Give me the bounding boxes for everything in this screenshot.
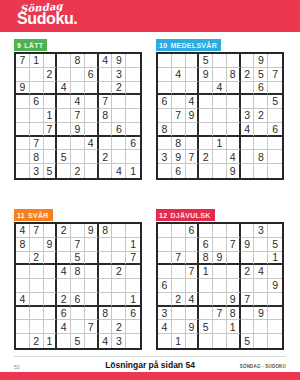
cell-r9c5 [213, 334, 227, 348]
cell-r6c5: 9 [71, 123, 85, 137]
cell-r8c9 [126, 320, 140, 334]
cell-r8c1: 3 [158, 150, 172, 164]
cell-r2c1 [158, 68, 172, 82]
sudoku-grid-12: 636795789171246924973789495115 [156, 222, 284, 350]
cell-r3c1 [158, 252, 172, 266]
cell-r2c2 [30, 238, 44, 252]
cell-r9c9 [126, 334, 140, 348]
cell-r9c2: 6 [172, 164, 186, 178]
cell-r5c6 [85, 279, 99, 293]
cell-r7c3 [44, 307, 58, 321]
difficulty-badge-12: 12 DJÄVULSK [156, 209, 215, 221]
cell-r7c7 [241, 137, 255, 151]
puzzle-number: 10 [159, 42, 167, 49]
cell-r2c1 [158, 238, 172, 252]
cell-r4c9 [268, 265, 282, 279]
cell-r1c4 [199, 224, 213, 238]
cell-r2c8 [254, 238, 268, 252]
cell-r2c6 [85, 238, 99, 252]
cell-r1c5: 8 [71, 54, 85, 68]
cell-r8c2: 8 [30, 150, 44, 164]
cell-r6c3 [186, 123, 200, 137]
cell-r9c7: 5 [241, 334, 255, 348]
cell-r6c8 [254, 293, 268, 307]
cell-r5c4 [199, 109, 213, 123]
cell-r1c9 [126, 224, 140, 238]
cell-r3c5: 4 [213, 82, 227, 96]
cell-r4c1 [158, 265, 172, 279]
cell-r2c3 [186, 68, 200, 82]
cell-r1c5 [213, 54, 227, 68]
masthead: Söndag Sudoku. [0, 0, 300, 32]
cell-r9c8: 4 [112, 164, 126, 178]
cell-r4c4 [199, 95, 213, 109]
cell-r8c6: 4 [227, 150, 241, 164]
cell-r3c6 [85, 252, 99, 266]
cell-r7c3 [186, 137, 200, 151]
cell-r9c1 [16, 334, 30, 348]
cell-r1c6 [227, 54, 241, 68]
cell-r9c3 [186, 334, 200, 348]
cell-r3c7 [241, 252, 255, 266]
cell-r2c3 [186, 238, 200, 252]
cell-r2c7 [99, 238, 113, 252]
cell-r8c8: 2 [112, 320, 126, 334]
cell-r7c7: 8 [99, 307, 113, 321]
cell-r2c8: 3 [112, 68, 126, 82]
cell-r1c5 [213, 224, 227, 238]
cell-r6c6 [85, 293, 99, 307]
cell-r7c9: 6 [126, 307, 140, 321]
cell-r8c7 [99, 320, 113, 334]
puzzle-number: 9 [17, 42, 21, 49]
cell-r1c3: 6 [186, 224, 200, 238]
cell-r5c1 [158, 109, 172, 123]
cell-r5c3: 9 [186, 109, 200, 123]
cell-r3c2 [30, 82, 44, 96]
cell-r9c6 [227, 334, 241, 348]
cell-r6c9: 1 [126, 293, 140, 307]
cell-r1c8: 3 [254, 224, 268, 238]
cell-r6c1: 4 [16, 293, 30, 307]
cell-r4c8: 4 [254, 265, 268, 279]
cell-r7c1: 3 [158, 307, 172, 321]
cell-r5c9 [126, 109, 140, 123]
cell-r5c7 [241, 279, 255, 293]
cell-r4c1 [16, 265, 30, 279]
issue-credit: SÖNDAG · SUDOKU [240, 364, 286, 369]
cell-r5c1 [16, 109, 30, 123]
cell-r5c8: 2 [254, 109, 268, 123]
cell-r9c4 [199, 334, 213, 348]
cell-r3c2 [172, 82, 186, 96]
cell-r7c8 [254, 137, 268, 151]
cell-r3c4 [199, 82, 213, 96]
cell-r9c7 [99, 164, 113, 178]
cell-r4c4: 4 [57, 265, 71, 279]
cell-r8c2: 9 [172, 150, 186, 164]
cell-r9c4 [57, 334, 71, 348]
cell-r2c9: 1 [126, 238, 140, 252]
cell-r2c4 [57, 68, 71, 82]
cell-r9c8 [254, 334, 268, 348]
cell-r1c7 [241, 54, 255, 68]
cell-r6c4 [57, 123, 71, 137]
cell-r7c3 [186, 307, 200, 321]
cell-r6c4 [199, 123, 213, 137]
cell-r5c4 [199, 279, 213, 293]
cell-r2c5 [213, 68, 227, 82]
cell-r1c8: 9 [112, 54, 126, 68]
cell-r5c8 [112, 109, 126, 123]
cell-r4c8 [254, 95, 268, 109]
cell-r5c5 [213, 109, 227, 123]
cell-r2c2 [30, 68, 44, 82]
cell-r2c1: 8 [16, 238, 30, 252]
cell-r8c2 [30, 320, 44, 334]
cell-r4c5: 4 [71, 95, 85, 109]
cell-r5c6 [85, 109, 99, 123]
cell-r7c6 [85, 307, 99, 321]
cell-r1c1: 7 [16, 54, 30, 68]
cell-r9c2: 2 [30, 334, 44, 348]
cell-r2c7 [99, 68, 113, 82]
cell-r1c6 [85, 54, 99, 68]
cell-r8c3 [44, 320, 58, 334]
cell-r8c1 [16, 150, 30, 164]
puzzle-difficulty: LÄTT [24, 42, 43, 49]
cell-r7c6 [227, 137, 241, 151]
cell-r1c9 [268, 54, 282, 68]
cell-r5c7 [99, 279, 113, 293]
cell-r8c9 [268, 150, 282, 164]
cell-r2c9: 5 [268, 238, 282, 252]
cell-r9c5: 5 [71, 334, 85, 348]
cell-r7c4 [199, 137, 213, 151]
cell-r6c8: 6 [112, 123, 126, 137]
cell-r5c3 [44, 279, 58, 293]
cell-r3c8: 2 [112, 82, 126, 96]
cell-r2c5: 7 [71, 238, 85, 252]
cell-r8c8 [254, 320, 268, 334]
cell-r6c1 [16, 123, 30, 137]
cell-r1c4 [57, 54, 71, 68]
cell-r6c7 [99, 293, 113, 307]
cell-r7c6: 8 [227, 307, 241, 321]
cell-r7c5: 7 [213, 307, 227, 321]
cell-r3c8 [112, 252, 126, 266]
cell-r6c9 [268, 293, 282, 307]
cell-r6c8 [254, 123, 268, 137]
cell-r7c2: 8 [172, 137, 186, 151]
cell-r8c4: 4 [57, 320, 71, 334]
cell-r4c2 [172, 95, 186, 109]
cell-r4c6 [227, 95, 241, 109]
cell-r7c2 [30, 307, 44, 321]
cell-r6c7 [99, 123, 113, 137]
cell-r3c8: 6 [254, 82, 268, 96]
bottom-color-bar [0, 372, 300, 380]
cell-r3c4: 8 [199, 252, 213, 266]
difficulty-badge-11: 11 SVÅR [14, 209, 53, 221]
cell-r4c9 [126, 95, 140, 109]
sudoku-page: Söndag Sudoku. 9 LÄTT 718492639426471787… [0, 0, 300, 380]
cell-r7c4: 6 [57, 307, 71, 321]
cell-r8c3 [44, 150, 58, 164]
cell-r9c6 [85, 164, 99, 178]
cell-r6c6 [85, 123, 99, 137]
cell-r8c5 [213, 320, 227, 334]
cell-r2c5 [71, 68, 85, 82]
cell-r2c8 [112, 238, 126, 252]
cell-r4c5 [213, 265, 227, 279]
cell-r5c2 [30, 109, 44, 123]
cell-r3c6 [227, 252, 241, 266]
cell-r1c4: 2 [57, 224, 71, 238]
cell-r3c3 [186, 82, 200, 96]
cell-r4c8: 2 [112, 265, 126, 279]
cell-r7c7 [241, 307, 255, 321]
cell-r1c2 [172, 54, 186, 68]
puzzle-difficulty: MEDELSVÅR [170, 42, 217, 49]
cell-r6c2 [30, 123, 44, 137]
cell-r6c2 [30, 293, 44, 307]
cell-r4c4 [57, 95, 71, 109]
cell-r5c9 [268, 109, 282, 123]
cell-r4c1: 6 [158, 95, 172, 109]
cell-r9c1 [158, 164, 172, 178]
cell-r4c5 [213, 95, 227, 109]
cell-r5c2 [30, 279, 44, 293]
cell-r7c7 [99, 137, 113, 151]
cell-r1c2 [172, 224, 186, 238]
cell-r1c4: 5 [199, 54, 213, 68]
cell-r6c9: 6 [268, 123, 282, 137]
cell-r9c6: 9 [227, 164, 241, 178]
cell-r4c6 [85, 265, 99, 279]
cell-r8c7 [241, 320, 255, 334]
cell-r6c4: 2 [57, 293, 71, 307]
cell-r8c3: 7 [186, 150, 200, 164]
cell-r3c9 [126, 82, 140, 96]
cell-r1c7: 8 [99, 224, 113, 238]
cell-r3c6 [85, 82, 99, 96]
cell-r2c6: 8 [227, 68, 241, 82]
cell-r1c8 [112, 224, 126, 238]
cell-r7c2 [172, 307, 186, 321]
cell-r3c8 [254, 252, 268, 266]
cell-r3c2: 7 [172, 252, 186, 266]
cell-r4c4: 1 [199, 265, 213, 279]
cell-r8c1: 4 [158, 320, 172, 334]
cell-r8c6 [85, 150, 99, 164]
cell-r5c5 [213, 279, 227, 293]
cell-r5c8 [112, 279, 126, 293]
cell-r5c9 [126, 279, 140, 293]
cell-r4c7 [99, 265, 113, 279]
cell-r7c5: 1 [213, 137, 227, 151]
cell-r7c2: 7 [30, 137, 44, 151]
sudoku-grid-11: 472988971257482426168647221543 [14, 222, 142, 350]
cell-r7c4 [57, 137, 71, 151]
cell-r4c7 [241, 95, 255, 109]
cell-r5c6 [227, 279, 241, 293]
cell-r3c4: 4 [57, 82, 71, 96]
cell-r3c3 [44, 82, 58, 96]
cell-r4c7: 7 [99, 95, 113, 109]
cell-r8c9 [268, 320, 282, 334]
cell-r5c6 [227, 109, 241, 123]
cell-r6c3: 4 [186, 293, 200, 307]
cell-r4c3 [44, 95, 58, 109]
cell-r4c8 [112, 95, 126, 109]
cell-r4c5: 8 [71, 265, 85, 279]
cell-r5c7: 3 [241, 109, 255, 123]
cell-r9c9 [268, 334, 282, 348]
cell-r4c2 [30, 265, 44, 279]
cell-r8c9 [126, 150, 140, 164]
cell-r2c3: 9 [44, 238, 58, 252]
cell-r5c3: 1 [44, 109, 58, 123]
cell-r5c7: 8 [99, 109, 113, 123]
cell-r8c5 [71, 150, 85, 164]
cell-r3c9: 7 [126, 252, 140, 266]
cell-r8c4: 5 [199, 320, 213, 334]
cell-r3c5 [71, 82, 85, 96]
cell-r9c7 [241, 164, 255, 178]
cell-r4c3: 4 [186, 95, 200, 109]
cell-r3c6 [227, 82, 241, 96]
cell-r5c4 [57, 279, 71, 293]
cell-r1c3 [186, 54, 200, 68]
cell-r3c5: 9 [213, 252, 227, 266]
cell-r9c3 [186, 164, 200, 178]
cell-r7c8 [112, 307, 126, 321]
cell-r3c5: 5 [71, 252, 85, 266]
cell-r5c5 [71, 279, 85, 293]
cell-r1c9 [126, 54, 140, 68]
cell-r9c4 [57, 164, 71, 178]
cell-r1c2: 1 [30, 54, 44, 68]
cell-r8c4: 5 [57, 150, 71, 164]
cell-r3c1: 9 [16, 82, 30, 96]
puzzle-number: 11 [17, 212, 25, 219]
cell-r4c9 [126, 265, 140, 279]
cell-r8c4: 2 [199, 150, 213, 164]
cell-r7c5 [71, 137, 85, 151]
cell-r6c5 [213, 293, 227, 307]
cell-r1c7: 4 [99, 54, 113, 68]
cell-r5c2 [172, 279, 186, 293]
cell-r2c9 [126, 68, 140, 82]
cell-r7c9 [268, 307, 282, 321]
cell-r4c6 [227, 265, 241, 279]
cell-r6c6: 9 [227, 293, 241, 307]
sudoku-grid-9: 7184926394264717879674685235241 [14, 52, 142, 180]
cell-r7c1 [158, 137, 172, 151]
cell-r9c5 [213, 164, 227, 178]
cell-r2c1 [16, 68, 30, 82]
cell-r3c7 [99, 82, 113, 96]
cell-r8c6: 7 [85, 320, 99, 334]
cell-r6c3: 7 [44, 123, 58, 137]
difficulty-badge-9: 9 LÄTT [14, 39, 47, 51]
cell-r5c1 [16, 279, 30, 293]
cell-r3c7 [241, 82, 255, 96]
cell-r6c5: 6 [71, 293, 85, 307]
cell-r7c4 [199, 307, 213, 321]
page-number: 52 [14, 364, 20, 370]
cell-r9c2: 1 [172, 334, 186, 348]
cell-r2c4: 6 [199, 238, 213, 252]
cell-r1c5 [71, 224, 85, 238]
cell-r6c2 [172, 123, 186, 137]
cell-r9c1 [158, 334, 172, 348]
cell-r1c9 [268, 224, 282, 238]
cell-r3c2: 2 [30, 252, 44, 266]
cell-r1c1 [158, 224, 172, 238]
footer-divider [14, 356, 286, 357]
cell-r3c7 [99, 252, 113, 266]
cell-r6c2: 2 [172, 293, 186, 307]
cell-r9c9: 1 [126, 164, 140, 178]
cell-r4c9: 5 [268, 95, 282, 109]
cell-r8c5 [213, 150, 227, 164]
cell-r8c6: 1 [227, 320, 241, 334]
cell-r7c6: 4 [85, 137, 99, 151]
cell-r1c7 [241, 224, 255, 238]
cell-r1c1: 4 [16, 224, 30, 238]
cell-r3c1 [16, 252, 30, 266]
cell-r8c8 [112, 150, 126, 164]
cell-r7c8: 9 [254, 307, 268, 321]
cell-r7c5 [71, 307, 85, 321]
cell-r9c2: 3 [30, 164, 44, 178]
cell-r9c9 [268, 164, 282, 178]
cell-r6c7: 4 [241, 123, 255, 137]
puzzle-difficulty: SVÅR [28, 212, 49, 219]
cell-r1c3 [44, 54, 58, 68]
cell-r1c6: 9 [85, 224, 99, 238]
cell-r6c5 [213, 123, 227, 137]
cell-r4c2 [172, 265, 186, 279]
cell-r3c3 [186, 252, 200, 266]
cell-r2c7: 9 [241, 238, 255, 252]
cell-r8c1 [16, 320, 30, 334]
cell-r1c8: 9 [254, 54, 268, 68]
difficulty-badge-10: 10 MEDELSVÅR [156, 39, 221, 51]
cell-r2c3: 2 [44, 68, 58, 82]
cell-r6c6 [227, 123, 241, 137]
cell-r2c8: 5 [254, 68, 268, 82]
cell-r9c6 [85, 334, 99, 348]
sudoku-grid-10: 594982574664579328468139724869 [156, 52, 284, 180]
cell-r4c6 [85, 95, 99, 109]
cell-r2c6: 7 [227, 238, 241, 252]
cell-r5c9: 9 [268, 279, 282, 293]
cell-r7c1 [16, 307, 30, 321]
cell-r1c3 [44, 224, 58, 238]
cell-r2c7: 2 [241, 68, 255, 82]
cell-r2c4: 9 [199, 68, 213, 82]
cell-r6c7: 7 [241, 293, 255, 307]
cell-r5c1: 6 [158, 279, 172, 293]
cell-r9c8: 3 [112, 334, 126, 348]
cell-r5c8 [254, 279, 268, 293]
cell-r3c1 [158, 82, 172, 96]
logo-title: Sudoku. [17, 10, 77, 28]
cell-r4c3: 7 [186, 265, 200, 279]
